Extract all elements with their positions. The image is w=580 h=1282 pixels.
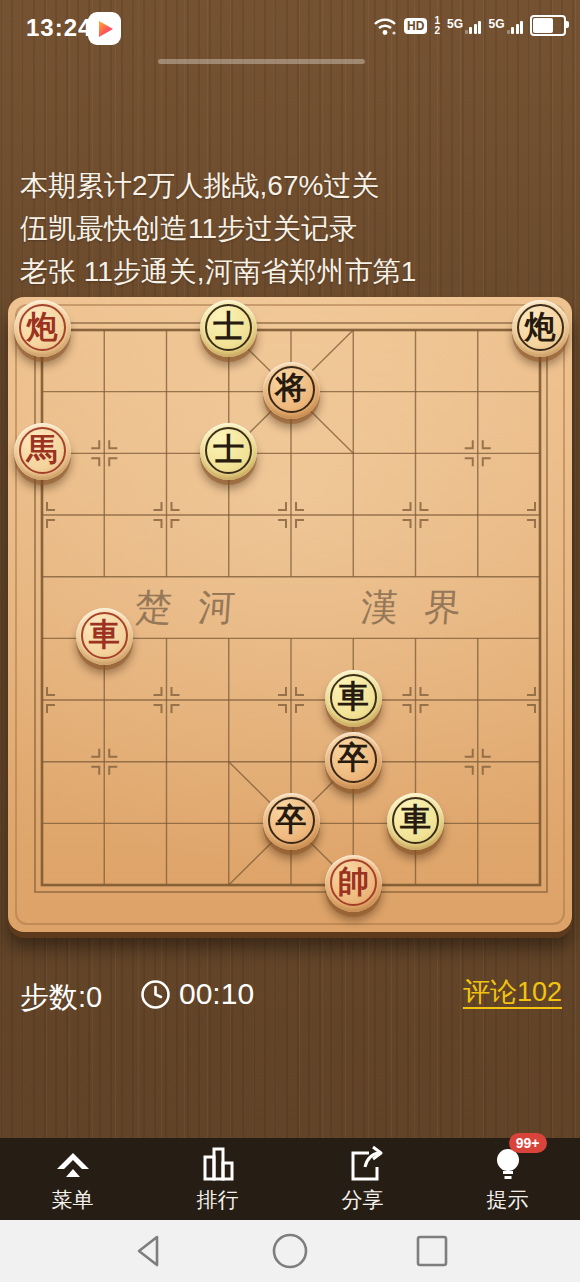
challenge-stats-line: 本期累计2万人挑战,67%过关	[20, 164, 416, 207]
back-button[interactable]	[131, 1233, 165, 1269]
red-cannon[interactable]: 炮	[14, 300, 71, 357]
hint-button[interactable]: 提示 99+	[463, 1145, 553, 1214]
timer: 00:10	[140, 977, 254, 1011]
piece-character: 卒	[325, 738, 382, 780]
share-icon	[341, 1145, 385, 1183]
android-nav-bar	[0, 1220, 580, 1282]
piece-character: 車	[387, 799, 444, 841]
wifi-icon	[373, 16, 397, 36]
piece-character: 士	[200, 429, 257, 471]
sim-slot-numbers: 12	[434, 16, 440, 36]
pieces-layer: 炮士炮将馬士車車卒卒車帥	[8, 297, 572, 932]
notch-divider-line	[158, 59, 365, 64]
share-button[interactable]: 分享	[318, 1145, 408, 1214]
piece-character: 炮	[512, 306, 569, 348]
status-bar: 13:24 HD 12 5G	[0, 0, 580, 52]
menu-icon	[51, 1145, 95, 1183]
signal-sim2-icon: 5G	[488, 17, 523, 34]
piece-character: 卒	[263, 799, 320, 841]
black-chariot[interactable]: 車	[325, 670, 382, 727]
piece-character: 将	[263, 367, 320, 409]
piece-character: 馬	[14, 429, 71, 471]
black-chariot[interactable]: 車	[387, 793, 444, 850]
clock-icon	[140, 979, 171, 1010]
latest-pass-line: 老张 11步通关,河南省郑州市第1	[20, 250, 416, 293]
record-holder-line: 伍凯最快创造11步过关记录	[20, 207, 416, 250]
black-cannon[interactable]: 炮	[512, 300, 569, 357]
phone-screen: 13:24 HD 12 5G	[0, 0, 580, 1282]
red-horse[interactable]: 馬	[14, 423, 71, 480]
battery-icon	[530, 15, 566, 36]
black-advisor[interactable]: 士	[200, 423, 257, 480]
move-counter: 步数:0	[20, 978, 102, 1018]
piece-character: 車	[325, 676, 382, 718]
red-general[interactable]: 帥	[325, 855, 382, 912]
stats-row: 步数:0 00:10 评论102	[0, 972, 580, 1022]
home-button[interactable]	[271, 1232, 309, 1270]
bottom-navbar: 菜单 排行 分享 提示	[0, 1138, 580, 1220]
piece-character: 車	[76, 614, 133, 656]
challenge-info: 本期累计2万人挑战,67%过关 伍凯最快创造11步过关记录 老张 11步通关,河…	[20, 164, 416, 293]
signal-sim1-icon: 5G	[447, 17, 482, 34]
piece-character: 帥	[325, 861, 382, 903]
black-soldier[interactable]: 卒	[325, 732, 382, 789]
clock-time: 13:24	[26, 14, 92, 42]
comments-link[interactable]: 评论102	[463, 974, 562, 1010]
black-soldier[interactable]: 卒	[263, 793, 320, 850]
play-video-app-icon	[88, 12, 121, 45]
black-general[interactable]: 将	[263, 362, 320, 419]
xiangqi-board[interactable]: 楚河 漢界 炮士炮将馬士車車卒卒車帥	[8, 297, 572, 932]
ranking-button[interactable]: 排行	[173, 1145, 263, 1214]
piece-character: 炮	[14, 306, 71, 348]
menu-button[interactable]: 菜单	[28, 1145, 118, 1214]
timer-value: 00:10	[179, 977, 254, 1011]
piece-character: 士	[200, 306, 257, 348]
red-chariot[interactable]: 車	[76, 608, 133, 665]
hd-voice-icon: HD	[404, 18, 427, 34]
ranking-icon	[196, 1145, 240, 1183]
recents-button[interactable]	[415, 1234, 449, 1268]
hint-count-badge: 99+	[509, 1133, 547, 1153]
black-advisor[interactable]: 士	[200, 300, 257, 357]
